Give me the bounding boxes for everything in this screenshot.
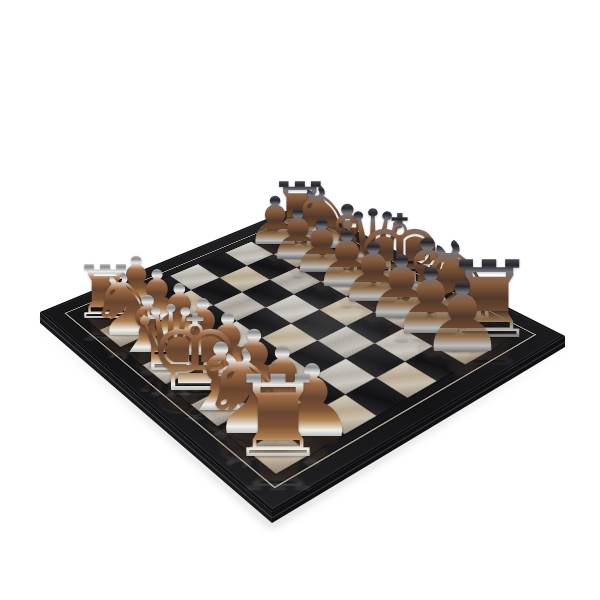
- chess-set-product-photo: ♜♜♟♟♞♞♟♟♝♝♟♟♛♛♟♟♚♚♟♟♝♝♟♟♟♟♜♜♞♞♟♟♟♟♞♞♜♜♟♟…: [0, 0, 600, 600]
